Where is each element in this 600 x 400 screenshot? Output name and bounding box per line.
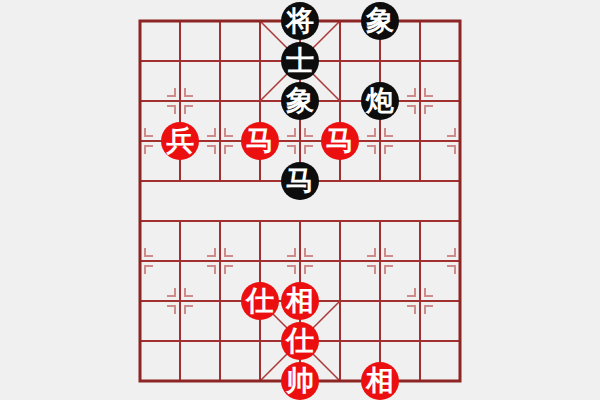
board-point: 象 (360, 1, 400, 41)
board-point: 象 (280, 81, 320, 121)
board-point: 马 (280, 161, 320, 201)
piece-black-elephant[interactable]: 象 (281, 82, 319, 120)
piece-black-advisor[interactable]: 士 (281, 42, 319, 80)
piece-black-general[interactable]: 将 (281, 2, 319, 40)
board-point: 帅 (280, 361, 320, 400)
piece-red-elephant[interactable]: 相 (361, 362, 399, 400)
piece-red-general[interactable]: 帅 (281, 362, 319, 400)
piece-red-soldier[interactable]: 兵 (161, 122, 199, 160)
piece-black-cannon[interactable]: 炮 (361, 82, 399, 120)
piece-red-horse[interactable]: 马 (241, 122, 279, 160)
piece-red-horse[interactable]: 马 (321, 122, 359, 160)
board-point: 炮 (360, 81, 400, 121)
piece-black-elephant[interactable]: 象 (361, 2, 399, 40)
piece-red-advisor[interactable]: 仕 (241, 282, 279, 320)
piece-red-elephant[interactable]: 相 (281, 282, 319, 320)
board-point: 相 (360, 361, 400, 400)
piece-red-advisor[interactable]: 仕 (281, 322, 319, 360)
board-point: 仕 (280, 321, 320, 361)
board-point: 仕 (240, 281, 280, 321)
board-point: 马 (240, 121, 280, 161)
board-point: 兵 (160, 121, 200, 161)
board-point: 相 (280, 281, 320, 321)
board-point: 将 (280, 1, 320, 41)
board-grid[interactable]: 将象士象炮兵马马马仕相仕帅相 (120, 1, 480, 400)
piece-black-horse[interactable]: 马 (281, 162, 319, 200)
board-point: 马 (320, 121, 360, 161)
board-point: 士 (280, 41, 320, 81)
xiangqi-board: 将象士象炮兵马马马仕相仕帅相 (0, 0, 600, 400)
